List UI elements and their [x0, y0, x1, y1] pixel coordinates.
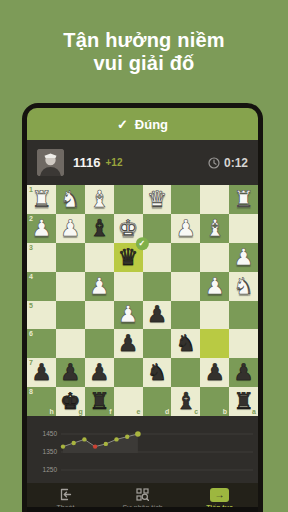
square-c8[interactable]: c♝: [171, 387, 200, 416]
square-c3[interactable]: [171, 243, 200, 272]
piece-wP[interactable]: ♟: [31, 217, 52, 240]
square-f5[interactable]: [85, 301, 114, 330]
file-label: a: [252, 408, 256, 415]
rank-label: 1: [29, 186, 33, 193]
piece-bP[interactable]: ♟: [89, 361, 110, 384]
phone-screen: ✓ Đúng 1116 +12 0:12: [27, 108, 258, 512]
square-g8[interactable]: g♚: [56, 387, 85, 416]
square-e1[interactable]: [114, 185, 143, 214]
correct-banner-label: Đúng: [135, 117, 168, 132]
puzzle-timer: 0:12: [208, 156, 248, 170]
square-h7[interactable]: 7♟: [27, 358, 56, 387]
avatar-photo: [37, 149, 64, 176]
square-b1[interactable]: [200, 185, 229, 214]
rating-point: [114, 437, 118, 441]
rating-point: [72, 441, 76, 445]
piece-wB[interactable]: ♝: [204, 217, 225, 240]
square-h2[interactable]: 2♟: [27, 214, 56, 243]
check-icon: ✓: [117, 117, 128, 132]
player-bar: 1116 +12 0:12: [27, 140, 258, 185]
file-label: b: [223, 408, 227, 415]
phone-mockup: ✓ Đúng 1116 +12 0:12: [22, 103, 263, 512]
app-promo-screen: { "title": {"line1": "Tận hưởng niềm", "…: [0, 0, 288, 512]
correct-banner: ✓ Đúng: [27, 108, 258, 140]
square-e8[interactable]: e: [114, 387, 143, 416]
square-g3[interactable]: [56, 243, 85, 272]
piece-bP[interactable]: ♟: [233, 361, 254, 384]
piece-bP[interactable]: ♟: [204, 361, 225, 384]
piece-bN[interactable]: ♞: [176, 332, 197, 355]
rating-point: [125, 435, 129, 439]
piece-bB[interactable]: ♝: [176, 390, 197, 413]
square-b2[interactable]: ♝: [200, 214, 229, 243]
piece-wP[interactable]: ♟: [204, 275, 225, 298]
square-d5[interactable]: ♟: [143, 301, 172, 330]
square-f1[interactable]: ♝: [85, 185, 114, 214]
avatar[interactable]: [37, 149, 64, 176]
gesture-bar: [27, 507, 258, 512]
correct-move-badge-icon: ✓: [135, 237, 148, 250]
square-h1[interactable]: 1♜: [27, 185, 56, 214]
page-title-line1: Tận hưởng niềm: [0, 29, 288, 52]
square-g5[interactable]: [56, 301, 85, 330]
piece-bP[interactable]: ♟: [31, 361, 52, 384]
piece-wP[interactable]: ♟: [60, 217, 81, 240]
square-a5[interactable]: [229, 301, 258, 330]
square-a6[interactable]: [229, 329, 258, 358]
square-c6[interactable]: ♞: [171, 329, 200, 358]
rank-label: 2: [29, 215, 33, 222]
square-h4[interactable]: 4: [27, 272, 56, 301]
rating-point: [104, 442, 108, 446]
square-b4[interactable]: ♟: [200, 272, 229, 301]
square-h8[interactable]: 8h: [27, 387, 56, 416]
file-label: h: [50, 408, 54, 415]
piece-wQ[interactable]: ♛: [147, 188, 168, 211]
rating-chart: 145013501250: [27, 426, 258, 476]
file-label: f: [109, 408, 111, 415]
square-a1[interactable]: ♜: [229, 185, 258, 214]
square-f6[interactable]: [85, 329, 114, 358]
square-h3[interactable]: 3: [27, 243, 56, 272]
piece-wP[interactable]: ♟: [176, 217, 197, 240]
rating-point: [82, 437, 86, 441]
square-c2[interactable]: ♟: [171, 214, 200, 243]
piece-bP[interactable]: ♟: [147, 303, 168, 326]
y-tick-label: 1450: [43, 430, 58, 437]
square-g6[interactable]: [56, 329, 85, 358]
piece-bR[interactable]: ♜: [233, 390, 254, 413]
square-e3[interactable]: ♛✓: [114, 243, 143, 272]
square-f4[interactable]: ♟: [85, 272, 114, 301]
rank-label: 7: [29, 359, 33, 366]
file-label: e: [137, 408, 141, 415]
square-a4[interactable]: ♞: [229, 272, 258, 301]
timer-value: 0:12: [224, 156, 248, 170]
square-d4[interactable]: [143, 272, 172, 301]
y-tick-label: 1250: [43, 466, 58, 473]
clock-icon: [208, 157, 220, 169]
square-e5[interactable]: ♟: [114, 301, 143, 330]
square-f8[interactable]: f♜: [85, 387, 114, 416]
square-g2[interactable]: ♟: [56, 214, 85, 243]
square-d6[interactable]: [143, 329, 172, 358]
square-c1[interactable]: [171, 185, 200, 214]
square-f7[interactable]: ♟: [85, 358, 114, 387]
piece-bP[interactable]: ♟: [60, 361, 81, 384]
rank-label: 8: [29, 388, 33, 395]
analysis-icon: [136, 487, 149, 502]
exit-icon: [59, 487, 72, 502]
rating-point-failed: [93, 444, 97, 448]
square-a8[interactable]: a♜: [229, 387, 258, 416]
piece-wR[interactable]: ♜: [31, 188, 52, 211]
square-h6[interactable]: 6: [27, 329, 56, 358]
rating-point: [135, 431, 141, 437]
square-a2[interactable]: [229, 214, 258, 243]
square-e4[interactable]: [114, 272, 143, 301]
rank-label: 3: [29, 244, 33, 251]
piece-wP[interactable]: ♟: [89, 275, 110, 298]
square-g7[interactable]: ♟: [56, 358, 85, 387]
square-c5[interactable]: [171, 301, 200, 330]
square-h5[interactable]: 5: [27, 301, 56, 330]
file-label: c: [194, 408, 198, 415]
square-c4[interactable]: [171, 272, 200, 301]
file-label: d: [165, 408, 169, 415]
square-b8[interactable]: b: [200, 387, 229, 416]
piece-wP[interactable]: ♟: [233, 246, 254, 269]
piece-bR[interactable]: ♜: [89, 390, 110, 413]
piece-wN[interactable]: ♞: [60, 188, 81, 211]
piece-wK[interactable]: ♚: [118, 217, 139, 240]
square-d7[interactable]: ♞: [143, 358, 172, 387]
player-rating: 1116: [73, 155, 101, 170]
file-label: g: [78, 408, 82, 415]
square-b7[interactable]: ♟: [200, 358, 229, 387]
rating-point: [61, 444, 65, 448]
square-g4[interactable]: [56, 272, 85, 301]
square-a3[interactable]: ♟: [229, 243, 258, 272]
piece-bB[interactable]: ♝: [89, 217, 110, 240]
square-b6[interactable]: [200, 329, 229, 358]
piece-bQ[interactable]: ♛: [118, 246, 139, 269]
piece-wB[interactable]: ♝: [89, 188, 110, 211]
square-c7[interactable]: [171, 358, 200, 387]
square-d1[interactable]: ♛: [143, 185, 172, 214]
rank-label: 5: [29, 302, 33, 309]
y-tick-label: 1350: [43, 448, 58, 455]
square-b5[interactable]: [200, 301, 229, 330]
piece-wR[interactable]: ♜: [233, 188, 254, 211]
square-a7[interactable]: ♟: [229, 358, 258, 387]
page-title-line2: vui giải đố: [0, 52, 288, 75]
square-g1[interactable]: ♞: [56, 185, 85, 214]
square-b3[interactable]: [200, 243, 229, 272]
square-d8[interactable]: d: [143, 387, 172, 416]
square-e7[interactable]: [114, 358, 143, 387]
square-f3[interactable]: [85, 243, 114, 272]
rank-label: 6: [29, 330, 33, 337]
piece-wN[interactable]: ♞: [233, 275, 254, 298]
chess-board: 1♜♞♝♛♜2♟♟♝♚♟♝3♛✓♟4♟♟♞5♟♟6♟♞7♟♟♟♞♟♟8hg♚f♜…: [27, 185, 258, 416]
square-e6[interactable]: ♟: [114, 329, 143, 358]
rating-delta: +12: [106, 157, 123, 168]
square-f2[interactable]: ♝: [85, 214, 114, 243]
piece-bN[interactable]: ♞: [147, 361, 168, 384]
page-title: Tận hưởng niềm vui giải đố: [0, 29, 288, 75]
continue-arrow-icon: →: [210, 488, 229, 502]
rank-label: 4: [29, 273, 33, 280]
piece-bP[interactable]: ♟: [118, 332, 139, 355]
piece-wP[interactable]: ♟: [118, 303, 139, 326]
